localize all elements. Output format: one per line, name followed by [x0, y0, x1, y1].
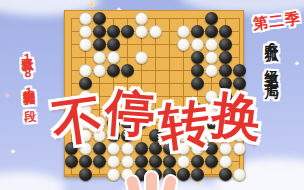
stone-white — [205, 64, 218, 77]
stone-white — [79, 64, 92, 77]
stone-black — [93, 38, 106, 51]
stone-white — [205, 51, 218, 64]
title-char: 不 — [49, 93, 105, 149]
stone-black — [219, 64, 232, 77]
stone-black — [191, 168, 204, 181]
stone-black — [135, 155, 148, 168]
stone-white — [93, 51, 106, 64]
stone-white — [107, 168, 120, 181]
left-caption: 从野狐18级到野狐1段 — [18, 48, 38, 102]
stone-white — [177, 38, 190, 51]
stone-white — [107, 155, 120, 168]
title-char: 换 — [209, 89, 265, 145]
sparkle-icon: ✦ — [10, 148, 16, 156]
stone-white — [191, 38, 204, 51]
stone-white — [177, 25, 190, 38]
stone-black — [219, 25, 232, 38]
hand-illustration — [122, 170, 184, 190]
stone-black — [219, 51, 232, 64]
cloud-bottom-left — [0, 172, 65, 190]
sparkle-icon: ✦ — [196, 180, 202, 188]
sparkle-icon: ✦ — [88, 0, 96, 10]
stone-white — [79, 25, 92, 38]
sparkle-icon: ✦ — [294, 60, 300, 68]
title-char: 停 — [104, 86, 157, 139]
stone-white — [121, 155, 134, 168]
stone-white — [135, 51, 148, 64]
stone-white — [93, 64, 106, 77]
title-char: 转 — [157, 97, 213, 153]
stone-black — [163, 155, 176, 168]
stone-black — [121, 25, 134, 38]
sparkle-icon: ✦ — [4, 92, 10, 100]
video-thumbnail: ✦ ✦ ✦ ✦ ✦ ✦ ✦ ✦ 从野狐18级到野狐1段 不停转换 第二季 野狐6… — [0, 0, 304, 190]
stone-black — [107, 25, 120, 38]
stone-black — [107, 38, 120, 51]
episode-caption: 野狐6级第二十七局 — [263, 34, 281, 77]
main-title: 不停转换 — [52, 84, 262, 150]
stone-black — [191, 51, 204, 64]
stone-white — [107, 51, 120, 64]
stone-white — [79, 12, 92, 25]
stone-black — [65, 155, 78, 168]
stone-black — [205, 155, 218, 168]
stone-white — [79, 38, 92, 51]
stone-white — [233, 168, 246, 181]
stone-black — [219, 38, 232, 51]
stone-black — [191, 64, 204, 77]
stone-black — [191, 155, 204, 168]
stone-black — [79, 168, 92, 181]
stone-black — [205, 25, 218, 38]
stone-white — [205, 38, 218, 51]
stone-white — [135, 25, 148, 38]
stone-black — [93, 25, 106, 38]
stone-black — [79, 155, 92, 168]
stone-white — [135, 12, 148, 25]
stone-white — [177, 155, 190, 168]
stone-black — [205, 12, 218, 25]
stone-white — [219, 155, 232, 168]
stone-black — [93, 12, 106, 25]
stone-black — [191, 25, 204, 38]
stone-black — [93, 155, 106, 168]
stone-black — [233, 64, 246, 77]
stone-black — [219, 168, 232, 181]
stone-white — [149, 25, 162, 38]
stone-black — [107, 64, 120, 77]
stone-black — [149, 155, 162, 168]
stone-black — [121, 64, 134, 77]
